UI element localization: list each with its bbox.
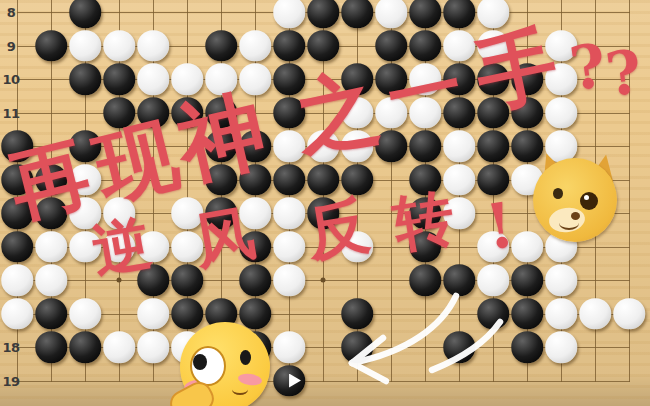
row-label: 10: [0, 72, 22, 87]
stone-black[interactable]: [103, 63, 135, 95]
doge-emoji: [533, 158, 617, 242]
stone-white[interactable]: [137, 298, 169, 330]
stone-black[interactable]: [307, 0, 339, 28]
stone-white[interactable]: [545, 298, 577, 330]
stone-white[interactable]: [273, 231, 305, 263]
stone-black[interactable]: [35, 298, 67, 330]
stone-black[interactable]: [511, 331, 543, 363]
stone-black[interactable]: [341, 298, 373, 330]
doge-mouth: [559, 216, 579, 230]
stone-black[interactable]: [443, 331, 475, 363]
stone-white[interactable]: [137, 63, 169, 95]
stone-black[interactable]: [443, 264, 475, 296]
stone-white[interactable]: [103, 30, 135, 62]
grid-hline: [17, 381, 630, 382]
row-label: 18: [0, 340, 22, 355]
stone-white[interactable]: [477, 264, 509, 296]
row-label: 8: [0, 5, 22, 20]
stone-white[interactable]: [239, 30, 271, 62]
stone-black[interactable]: [477, 298, 509, 330]
stone-black[interactable]: [307, 30, 339, 62]
caption1-char: 之: [285, 52, 388, 177]
blush-pupil: [193, 354, 207, 370]
stone-white[interactable]: [375, 0, 407, 28]
stone-white[interactable]: [273, 0, 305, 28]
stone-black[interactable]: [511, 264, 543, 296]
stone-black[interactable]: [511, 298, 543, 330]
stone-black[interactable]: [205, 30, 237, 62]
doge-eye-left: [553, 188, 563, 199]
caption2-char: 转: [388, 177, 460, 266]
doge-eye-right: [580, 192, 598, 210]
star-point: [321, 278, 326, 283]
doge-eye-glint: [584, 195, 589, 200]
stone-white[interactable]: [579, 298, 611, 330]
go-board-screenshot: 8910111213141516171819 再现神之一手?? 逆风反转!: [0, 0, 650, 406]
stone-black[interactable]: [443, 0, 475, 28]
row-label: 19: [0, 373, 22, 388]
stone-white[interactable]: [545, 264, 577, 296]
caption2-char: 逆: [87, 205, 158, 292]
stone-black[interactable]: [273, 30, 305, 62]
stone-white[interactable]: [613, 298, 645, 330]
caption2-char: 反: [301, 183, 375, 276]
stone-white[interactable]: [137, 331, 169, 363]
stone-black[interactable]: [171, 264, 203, 296]
stone-black[interactable]: [273, 164, 305, 196]
stone-black[interactable]: [409, 264, 441, 296]
stone-white[interactable]: [545, 331, 577, 363]
stone-black[interactable]: [69, 63, 101, 95]
stone-white[interactable]: [1, 264, 33, 296]
stone-black[interactable]: [35, 331, 67, 363]
stone-black[interactable]: [409, 0, 441, 28]
stone-white[interactable]: [273, 264, 305, 296]
stone-black[interactable]: [35, 30, 67, 62]
blush-eye-small: [240, 350, 251, 365]
stone-white[interactable]: [137, 30, 169, 62]
stone-white[interactable]: [103, 331, 135, 363]
blush-mouth: [232, 384, 248, 395]
blush-thinking-emoji: [180, 322, 270, 406]
stone-white[interactable]: [35, 264, 67, 296]
row-label: 11: [0, 105, 22, 120]
stone-black[interactable]: [341, 0, 373, 28]
stone-black[interactable]: [477, 130, 509, 162]
stone-white[interactable]: [273, 331, 305, 363]
stone-black[interactable]: [69, 0, 101, 28]
stone-white[interactable]: [273, 197, 305, 229]
stone-white[interactable]: [69, 30, 101, 62]
stone-white[interactable]: [69, 298, 101, 330]
stone-black[interactable]: [341, 331, 373, 363]
stone-white[interactable]: [1, 298, 33, 330]
row-label: 9: [0, 38, 22, 53]
stone-black[interactable]: [69, 331, 101, 363]
